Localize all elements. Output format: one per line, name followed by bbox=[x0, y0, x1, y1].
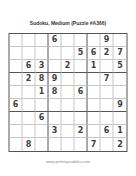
cell-r8c7[interactable] bbox=[88, 125, 101, 138]
cell-r5c5[interactable] bbox=[62, 86, 75, 99]
cell-r1c6[interactable] bbox=[75, 34, 88, 47]
page-title: Sudoku, Medium (Puzzle #A366) bbox=[0, 20, 136, 26]
cell-r4c7[interactable] bbox=[88, 73, 101, 86]
cell-r5c4: 8 bbox=[49, 86, 62, 99]
cell-r3c7: 1 bbox=[88, 60, 101, 73]
cell-r4c2: 2 bbox=[23, 73, 36, 86]
cell-r1c5[interactable] bbox=[62, 34, 75, 47]
cell-r7c9[interactable] bbox=[114, 112, 127, 125]
footer-url: www.printmysudoku.com bbox=[0, 159, 136, 164]
cell-r3c1[interactable] bbox=[10, 60, 23, 73]
cell-r3c4[interactable] bbox=[49, 60, 62, 73]
cell-r1c1[interactable] bbox=[10, 34, 23, 47]
sudoku-sheet: Sudoku, Medium (Puzzle #A366) 6956276321… bbox=[0, 0, 136, 176]
cell-r5c3: 1 bbox=[36, 86, 49, 99]
cell-r6c5[interactable] bbox=[62, 99, 75, 112]
cell-r3c8[interactable] bbox=[101, 60, 114, 73]
cell-r9c4[interactable] bbox=[49, 138, 62, 151]
cell-r6c4[interactable] bbox=[49, 99, 62, 112]
cell-r8c8: 6 bbox=[101, 125, 114, 138]
cell-r8c6: 2 bbox=[75, 125, 88, 138]
cell-r7c3: 6 bbox=[36, 112, 49, 125]
cell-r2c8: 2 bbox=[101, 47, 114, 60]
cell-r6c8[interactable] bbox=[101, 99, 114, 112]
cell-r7c7[interactable] bbox=[88, 112, 101, 125]
cell-r3c2: 6 bbox=[23, 60, 36, 73]
cell-r2c2[interactable] bbox=[23, 47, 36, 60]
cell-r2c1[interactable] bbox=[10, 47, 23, 60]
cell-r2c6: 5 bbox=[75, 47, 88, 60]
cell-r3c3: 3 bbox=[36, 60, 49, 73]
cell-r2c4[interactable] bbox=[49, 47, 62, 60]
cell-r8c1[interactable] bbox=[10, 125, 23, 138]
cell-r7c8[interactable] bbox=[101, 112, 114, 125]
cell-r9c1[interactable] bbox=[10, 138, 23, 151]
cell-r4c3: 8 bbox=[36, 73, 49, 86]
cell-r5c1[interactable] bbox=[10, 86, 23, 99]
cell-r6c2[interactable] bbox=[23, 99, 36, 112]
cell-r2c5[interactable] bbox=[62, 47, 75, 60]
cell-r2c3[interactable] bbox=[36, 47, 49, 60]
cell-r4c6[interactable] bbox=[75, 73, 88, 86]
cell-r4c9[interactable] bbox=[114, 73, 127, 86]
cell-r4c1[interactable] bbox=[10, 73, 23, 86]
cell-r7c1[interactable] bbox=[10, 112, 23, 125]
cell-r8c3[interactable] bbox=[36, 125, 49, 138]
cell-r7c6[interactable] bbox=[75, 112, 88, 125]
cell-r9c8[interactable] bbox=[101, 138, 114, 151]
cell-r6c6[interactable] bbox=[75, 99, 88, 112]
cell-r9c5[interactable] bbox=[62, 138, 75, 151]
cell-r8c9: 1 bbox=[114, 125, 127, 138]
cell-r1c2[interactable] bbox=[23, 34, 36, 47]
cell-r1c4: 6 bbox=[49, 34, 62, 47]
cell-r9c7: 7 bbox=[88, 138, 101, 151]
cell-r6c9: 9 bbox=[114, 99, 127, 112]
cell-r3c9: 5 bbox=[114, 60, 127, 73]
cell-r1c8: 9 bbox=[101, 34, 114, 47]
cell-r8c4: 3 bbox=[49, 125, 62, 138]
cell-r1c7[interactable] bbox=[88, 34, 101, 47]
cell-r4c4: 9 bbox=[49, 73, 62, 86]
cell-r1c9[interactable] bbox=[114, 34, 127, 47]
cell-r4c5[interactable] bbox=[62, 73, 75, 86]
cell-r7c4[interactable] bbox=[49, 112, 62, 125]
cell-r5c6: 6 bbox=[75, 86, 88, 99]
cell-r5c2[interactable] bbox=[23, 86, 36, 99]
cell-r9c9: 2 bbox=[114, 138, 127, 151]
sudoku-grid: 6956276321528971866963261872 bbox=[9, 33, 128, 152]
cell-r5c9[interactable] bbox=[114, 86, 127, 99]
cell-r7c5[interactable] bbox=[62, 112, 75, 125]
cell-r6c1: 6 bbox=[10, 99, 23, 112]
cell-r5c8[interactable] bbox=[101, 86, 114, 99]
cell-r4c8: 7 bbox=[101, 73, 114, 86]
cell-r5c7[interactable] bbox=[88, 86, 101, 99]
cell-r8c2[interactable] bbox=[23, 125, 36, 138]
cell-r9c6[interactable] bbox=[75, 138, 88, 151]
cell-r9c3[interactable] bbox=[36, 138, 49, 151]
cell-r3c5: 2 bbox=[62, 60, 75, 73]
cell-r7c2[interactable] bbox=[23, 112, 36, 125]
cell-r6c7[interactable] bbox=[88, 99, 101, 112]
cell-r3c6[interactable] bbox=[75, 60, 88, 73]
cell-r9c2: 8 bbox=[23, 138, 36, 151]
cell-r2c9: 7 bbox=[114, 47, 127, 60]
cell-r1c3[interactable] bbox=[36, 34, 49, 47]
cell-r6c3[interactable] bbox=[36, 99, 49, 112]
cell-r8c5[interactable] bbox=[62, 125, 75, 138]
cell-r2c7: 6 bbox=[88, 47, 101, 60]
